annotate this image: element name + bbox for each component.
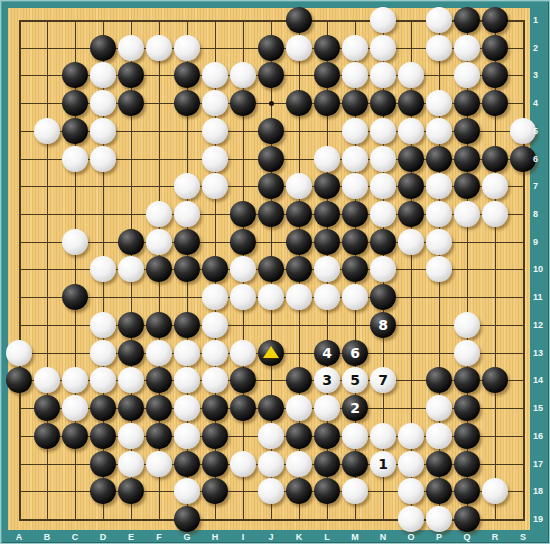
- stone-G3[interactable]: [174, 62, 200, 88]
- stone-J2[interactable]: [258, 35, 284, 61]
- col-label-M: M: [347, 532, 363, 542]
- stone-O19[interactable]: [398, 506, 424, 532]
- col-label-G: G: [179, 532, 195, 542]
- row-label-15: 15: [533, 403, 549, 413]
- move-number-4: 4: [322, 346, 332, 360]
- stone-K18[interactable]: [286, 478, 312, 504]
- col-label-J: J: [263, 532, 279, 542]
- stone-M14[interactable]: 5: [342, 367, 368, 393]
- stone-R4[interactable]: [482, 90, 508, 116]
- stone-L4[interactable]: [314, 90, 340, 116]
- stone-Q1[interactable]: [454, 7, 480, 33]
- stone-P7[interactable]: [426, 173, 452, 199]
- stone-N6[interactable]: [370, 146, 396, 172]
- stone-K8[interactable]: [286, 201, 312, 227]
- stone-I10[interactable]: [230, 256, 256, 282]
- stone-M2[interactable]: [342, 35, 368, 61]
- stone-H12[interactable]: [202, 312, 228, 338]
- col-label-C: C: [67, 532, 83, 542]
- stone-P4[interactable]: [426, 90, 452, 116]
- stone-B16[interactable]: [34, 423, 60, 449]
- stone-J13[interactable]: [258, 340, 284, 366]
- stone-D5[interactable]: [90, 118, 116, 144]
- stone-F9[interactable]: [146, 229, 172, 255]
- stone-D15[interactable]: [90, 395, 116, 421]
- stone-L6[interactable]: [314, 146, 340, 172]
- move-number-7: 7: [378, 373, 388, 387]
- stone-D10[interactable]: [90, 256, 116, 282]
- stone-C4[interactable]: [62, 90, 88, 116]
- stone-M3[interactable]: [342, 62, 368, 88]
- move-number-2: 2: [350, 401, 360, 415]
- stone-R6[interactable]: [482, 146, 508, 172]
- stone-E14[interactable]: [118, 367, 144, 393]
- stone-B5[interactable]: [34, 118, 60, 144]
- stone-O7[interactable]: [398, 173, 424, 199]
- stone-L15[interactable]: [314, 395, 340, 421]
- stone-P5[interactable]: [426, 118, 452, 144]
- stone-E18[interactable]: [118, 478, 144, 504]
- stone-K16[interactable]: [286, 423, 312, 449]
- stone-J5[interactable]: [258, 118, 284, 144]
- stone-E3[interactable]: [118, 62, 144, 88]
- stone-E16[interactable]: [118, 423, 144, 449]
- stone-K10[interactable]: [286, 256, 312, 282]
- stone-H18[interactable]: [202, 478, 228, 504]
- stone-R7[interactable]: [482, 173, 508, 199]
- stone-G9[interactable]: [174, 229, 200, 255]
- stone-I9[interactable]: [230, 229, 256, 255]
- stone-P16[interactable]: [426, 423, 452, 449]
- row-label-12: 12: [533, 320, 549, 330]
- stone-C6[interactable]: [62, 146, 88, 172]
- row-label-5: 5: [533, 126, 549, 136]
- stone-I3[interactable]: [230, 62, 256, 88]
- stone-O6[interactable]: [398, 146, 424, 172]
- stone-D2[interactable]: [90, 35, 116, 61]
- stone-P8[interactable]: [426, 201, 452, 227]
- stone-P9[interactable]: [426, 229, 452, 255]
- stone-Q2[interactable]: [454, 35, 480, 61]
- stone-R8[interactable]: [482, 201, 508, 227]
- stone-I11[interactable]: [230, 284, 256, 310]
- stone-N9[interactable]: [370, 229, 396, 255]
- move-number-8: 8: [378, 318, 388, 332]
- stone-G15[interactable]: [174, 395, 200, 421]
- stone-M4[interactable]: [342, 90, 368, 116]
- stone-D16[interactable]: [90, 423, 116, 449]
- stone-D13[interactable]: [90, 340, 116, 366]
- stone-K14[interactable]: [286, 367, 312, 393]
- stone-L8[interactable]: [314, 201, 340, 227]
- stone-L3[interactable]: [314, 62, 340, 88]
- move-number-5: 5: [350, 373, 360, 387]
- row-label-1: 1: [533, 15, 549, 25]
- stone-Q17[interactable]: [454, 451, 480, 477]
- stone-A14[interactable]: [6, 367, 32, 393]
- stone-P10[interactable]: [426, 256, 452, 282]
- stone-H4[interactable]: [202, 90, 228, 116]
- stone-Q8[interactable]: [454, 201, 480, 227]
- stone-D12[interactable]: [90, 312, 116, 338]
- stone-G12[interactable]: [174, 312, 200, 338]
- row-label-18: 18: [533, 486, 549, 496]
- col-label-H: H: [207, 532, 223, 542]
- stone-L11[interactable]: [314, 284, 340, 310]
- stone-H11[interactable]: [202, 284, 228, 310]
- stone-N10[interactable]: [370, 256, 396, 282]
- stone-H16[interactable]: [202, 423, 228, 449]
- move-number-3: 3: [322, 373, 332, 387]
- stone-P6[interactable]: [426, 146, 452, 172]
- stone-O18[interactable]: [398, 478, 424, 504]
- stone-E10[interactable]: [118, 256, 144, 282]
- stone-O4[interactable]: [398, 90, 424, 116]
- stone-P2[interactable]: [426, 35, 452, 61]
- stone-F10[interactable]: [146, 256, 172, 282]
- stone-L10[interactable]: [314, 256, 340, 282]
- row-label-19: 19: [533, 514, 549, 524]
- stone-M7[interactable]: [342, 173, 368, 199]
- stone-J7[interactable]: [258, 173, 284, 199]
- stone-H10[interactable]: [202, 256, 228, 282]
- stone-J17[interactable]: [258, 451, 284, 477]
- stone-C16[interactable]: [62, 423, 88, 449]
- stone-D3[interactable]: [90, 62, 116, 88]
- stone-H13[interactable]: [202, 340, 228, 366]
- col-label-F: F: [151, 532, 167, 542]
- row-label-16: 16: [533, 431, 549, 441]
- stone-J8[interactable]: [258, 201, 284, 227]
- go-board-frame: 84635721 ABCDEFGHIJKLMNOPQRS123456789101…: [0, 0, 550, 544]
- grid-line-vertical: [523, 20, 525, 521]
- stone-Q4[interactable]: [454, 90, 480, 116]
- col-label-A: A: [11, 532, 27, 542]
- stone-C15[interactable]: [62, 395, 88, 421]
- stone-L18[interactable]: [314, 478, 340, 504]
- stone-N4[interactable]: [370, 90, 396, 116]
- stone-I15[interactable]: [230, 395, 256, 421]
- stone-P18[interactable]: [426, 478, 452, 504]
- stone-I4[interactable]: [230, 90, 256, 116]
- stone-Q14[interactable]: [454, 367, 480, 393]
- row-label-2: 2: [533, 43, 549, 53]
- stone-K7[interactable]: [286, 173, 312, 199]
- stone-D18[interactable]: [90, 478, 116, 504]
- stone-Q16[interactable]: [454, 423, 480, 449]
- stone-C5[interactable]: [62, 118, 88, 144]
- stone-P19[interactable]: [426, 506, 452, 532]
- stone-G2[interactable]: [174, 35, 200, 61]
- stone-P14[interactable]: [426, 367, 452, 393]
- stone-O5[interactable]: [398, 118, 424, 144]
- stone-J3[interactable]: [258, 62, 284, 88]
- stone-G10[interactable]: [174, 256, 200, 282]
- stone-Q18[interactable]: [454, 478, 480, 504]
- stone-J16[interactable]: [258, 423, 284, 449]
- stone-K11[interactable]: [286, 284, 312, 310]
- row-label-7: 7: [533, 181, 549, 191]
- stone-M16[interactable]: [342, 423, 368, 449]
- stone-R2[interactable]: [482, 35, 508, 61]
- stone-J6[interactable]: [258, 146, 284, 172]
- stone-H15[interactable]: [202, 395, 228, 421]
- stone-E4[interactable]: [118, 90, 144, 116]
- stone-M10[interactable]: [342, 256, 368, 282]
- stone-R1[interactable]: [482, 7, 508, 33]
- stone-L9[interactable]: [314, 229, 340, 255]
- stone-G7[interactable]: [174, 173, 200, 199]
- stone-J10[interactable]: [258, 256, 284, 282]
- stone-R3[interactable]: [482, 62, 508, 88]
- stone-N7[interactable]: [370, 173, 396, 199]
- stone-D6[interactable]: [90, 146, 116, 172]
- stone-M11[interactable]: [342, 284, 368, 310]
- stone-K1[interactable]: [286, 7, 312, 33]
- stone-K15[interactable]: [286, 395, 312, 421]
- stone-D14[interactable]: [90, 367, 116, 393]
- col-label-E: E: [123, 532, 139, 542]
- col-label-Q: Q: [459, 532, 475, 542]
- stone-Q19[interactable]: [454, 506, 480, 532]
- stone-O9[interactable]: [398, 229, 424, 255]
- stone-H14[interactable]: [202, 367, 228, 393]
- stone-N1[interactable]: [370, 7, 396, 33]
- stone-H6[interactable]: [202, 146, 228, 172]
- move-number-6: 6: [350, 346, 360, 360]
- stone-M18[interactable]: [342, 478, 368, 504]
- stone-E12[interactable]: [118, 312, 144, 338]
- stone-A13[interactable]: [6, 340, 32, 366]
- stone-G14[interactable]: [174, 367, 200, 393]
- stone-G4[interactable]: [174, 90, 200, 116]
- go-board[interactable]: 84635721: [8, 8, 530, 530]
- stone-I8[interactable]: [230, 201, 256, 227]
- stone-N14[interactable]: 7: [370, 367, 396, 393]
- stone-F8[interactable]: [146, 201, 172, 227]
- stone-H5[interactable]: [202, 118, 228, 144]
- stone-M5[interactable]: [342, 118, 368, 144]
- stone-F13[interactable]: [146, 340, 172, 366]
- stone-E2[interactable]: [118, 35, 144, 61]
- stone-F2[interactable]: [146, 35, 172, 61]
- col-label-S: S: [515, 532, 531, 542]
- stone-H7[interactable]: [202, 173, 228, 199]
- stone-I13[interactable]: [230, 340, 256, 366]
- stone-D17[interactable]: [90, 451, 116, 477]
- stone-L14[interactable]: 3: [314, 367, 340, 393]
- stone-N17[interactable]: 1: [370, 451, 396, 477]
- stone-J18[interactable]: [258, 478, 284, 504]
- stone-C11[interactable]: [62, 284, 88, 310]
- stone-J15[interactable]: [258, 395, 284, 421]
- row-label-4: 4: [533, 98, 549, 108]
- stone-K2[interactable]: [286, 35, 312, 61]
- stone-D4[interactable]: [90, 90, 116, 116]
- star-point: [269, 101, 274, 106]
- row-label-11: 11: [533, 292, 549, 302]
- stone-L7[interactable]: [314, 173, 340, 199]
- stone-Q6[interactable]: [454, 146, 480, 172]
- stone-M15[interactable]: 2: [342, 395, 368, 421]
- stone-G19[interactable]: [174, 506, 200, 532]
- col-label-N: N: [375, 532, 391, 542]
- col-label-L: L: [319, 532, 335, 542]
- stone-N5[interactable]: [370, 118, 396, 144]
- stone-F15[interactable]: [146, 395, 172, 421]
- stone-K9[interactable]: [286, 229, 312, 255]
- stone-O17[interactable]: [398, 451, 424, 477]
- stone-I17[interactable]: [230, 451, 256, 477]
- col-label-O: O: [403, 532, 419, 542]
- stone-P15[interactable]: [426, 395, 452, 421]
- stone-I14[interactable]: [230, 367, 256, 393]
- col-label-B: B: [39, 532, 55, 542]
- stone-M8[interactable]: [342, 201, 368, 227]
- row-label-9: 9: [533, 237, 549, 247]
- stone-F12[interactable]: [146, 312, 172, 338]
- stone-P17[interactable]: [426, 451, 452, 477]
- col-label-D: D: [95, 532, 111, 542]
- stone-H3[interactable]: [202, 62, 228, 88]
- stone-G13[interactable]: [174, 340, 200, 366]
- stone-B15[interactable]: [34, 395, 60, 421]
- stone-P1[interactable]: [426, 7, 452, 33]
- stone-F14[interactable]: [146, 367, 172, 393]
- stone-M6[interactable]: [342, 146, 368, 172]
- stone-M13[interactable]: 6: [342, 340, 368, 366]
- stone-Q7[interactable]: [454, 173, 480, 199]
- stone-Q15[interactable]: [454, 395, 480, 421]
- stone-L2[interactable]: [314, 35, 340, 61]
- col-label-K: K: [291, 532, 307, 542]
- stone-Q3[interactable]: [454, 62, 480, 88]
- stone-M17[interactable]: [342, 451, 368, 477]
- stone-Q12[interactable]: [454, 312, 480, 338]
- grid-line-vertical: [19, 20, 21, 521]
- row-label-14: 14: [533, 375, 549, 385]
- stone-L17[interactable]: [314, 451, 340, 477]
- row-label-3: 3: [533, 70, 549, 80]
- stone-C9[interactable]: [62, 229, 88, 255]
- row-label-10: 10: [533, 264, 549, 274]
- stone-G17[interactable]: [174, 451, 200, 477]
- stone-J11[interactable]: [258, 284, 284, 310]
- stone-R14[interactable]: [482, 367, 508, 393]
- stone-H17[interactable]: [202, 451, 228, 477]
- row-label-6: 6: [533, 154, 549, 164]
- stone-C3[interactable]: [62, 62, 88, 88]
- triangle-marker-icon: [263, 346, 279, 358]
- stone-F16[interactable]: [146, 423, 172, 449]
- stone-K17[interactable]: [286, 451, 312, 477]
- col-label-R: R: [487, 532, 503, 542]
- move-number-1: 1: [378, 457, 388, 471]
- stone-F17[interactable]: [146, 451, 172, 477]
- stone-B14[interactable]: [34, 367, 60, 393]
- stone-R18[interactable]: [482, 478, 508, 504]
- stone-C14[interactable]: [62, 367, 88, 393]
- stone-K4[interactable]: [286, 90, 312, 116]
- stone-E9[interactable]: [118, 229, 144, 255]
- stone-G8[interactable]: [174, 201, 200, 227]
- stone-N11[interactable]: [370, 284, 396, 310]
- stone-Q5[interactable]: [454, 118, 480, 144]
- stone-E15[interactable]: [118, 395, 144, 421]
- stone-O8[interactable]: [398, 201, 424, 227]
- stone-L13[interactable]: 4: [314, 340, 340, 366]
- stone-E13[interactable]: [118, 340, 144, 366]
- stone-N12[interactable]: 8: [370, 312, 396, 338]
- stone-N3[interactable]: [370, 62, 396, 88]
- stone-N16[interactable]: [370, 423, 396, 449]
- stone-Q13[interactable]: [454, 340, 480, 366]
- stone-G18[interactable]: [174, 478, 200, 504]
- stone-E17[interactable]: [118, 451, 144, 477]
- stone-O16[interactable]: [398, 423, 424, 449]
- stone-L16[interactable]: [314, 423, 340, 449]
- col-label-P: P: [431, 532, 447, 542]
- row-label-13: 13: [533, 348, 549, 358]
- row-label-17: 17: [533, 459, 549, 469]
- stone-N8[interactable]: [370, 201, 396, 227]
- stone-G16[interactable]: [174, 423, 200, 449]
- stone-N2[interactable]: [370, 35, 396, 61]
- stone-M9[interactable]: [342, 229, 368, 255]
- col-label-I: I: [235, 532, 251, 542]
- row-label-8: 8: [533, 209, 549, 219]
- stone-O3[interactable]: [398, 62, 424, 88]
